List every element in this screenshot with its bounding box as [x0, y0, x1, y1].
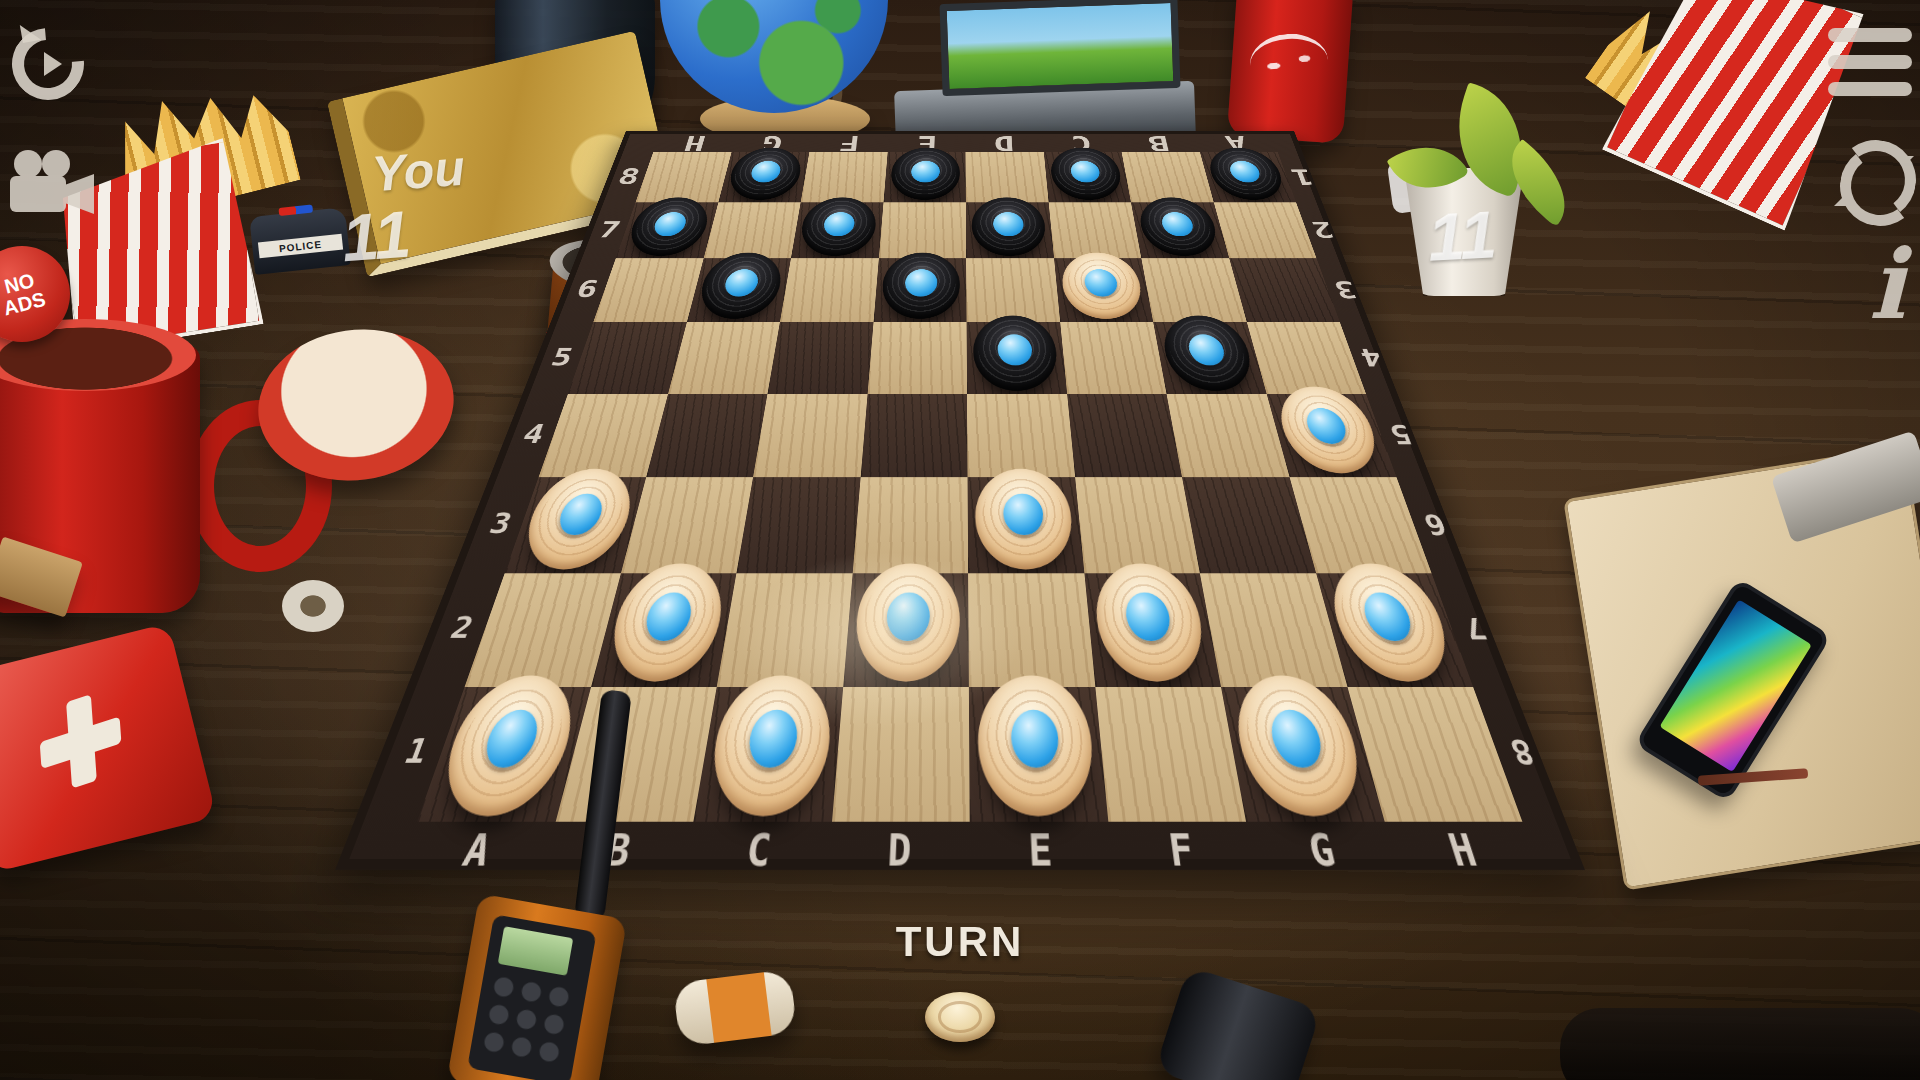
- square-a8[interactable]: [636, 152, 732, 202]
- file-labels-top: HGFEDCBA: [653, 134, 1278, 152]
- square-b7[interactable]: [703, 202, 800, 258]
- square-e1[interactable]: [969, 687, 1108, 822]
- board-frame: HGFEDCBA ABCDEFGH 87654321 12345678: [335, 131, 1585, 870]
- pill-bottle: [673, 969, 798, 1047]
- toy-police-car: POLICE: [249, 207, 351, 275]
- piece-center-dot: [997, 334, 1033, 365]
- walkie-talkie-screen: [498, 926, 574, 976]
- coord-label-H: H: [653, 134, 736, 152]
- piece-center-dot: [1302, 408, 1351, 444]
- black-piece-g5[interactable]: [1158, 315, 1258, 390]
- square-b6[interactable]: [687, 258, 791, 321]
- black-piece-a7[interactable]: [623, 197, 714, 255]
- square-f4[interactable]: [1067, 394, 1182, 477]
- piece-center-dot: [1123, 592, 1173, 641]
- square-c2[interactable]: [717, 573, 852, 686]
- square-f2[interactable]: [1084, 573, 1221, 686]
- walkie-talkie: [447, 893, 628, 1080]
- player-you-label: You: [370, 139, 466, 203]
- coord-label-G: G: [1246, 822, 1401, 881]
- piece-center-dot: [745, 709, 800, 767]
- coord-label-A: A: [396, 822, 555, 881]
- info-icon[interactable]: i: [1852, 240, 1920, 340]
- square-d5[interactable]: [867, 322, 967, 394]
- square-e3[interactable]: [968, 477, 1084, 573]
- square-c7[interactable]: [791, 202, 883, 258]
- black-piece-f8[interactable]: [1049, 148, 1125, 200]
- opponent-score: 11: [1426, 196, 1498, 275]
- square-e2[interactable]: [968, 573, 1095, 686]
- turn-indicator-piece: [925, 992, 995, 1042]
- walkie-talkie-face: [467, 914, 597, 1080]
- piece-center-dot: [554, 493, 607, 535]
- file-labels-bottom: ABCDEFGH: [396, 822, 1544, 881]
- square-c5[interactable]: [767, 322, 873, 394]
- piece-center-dot: [1359, 592, 1418, 641]
- square-f3[interactable]: [1075, 477, 1200, 573]
- black-piece-g7[interactable]: [1136, 197, 1222, 255]
- piece-center-dot: [886, 592, 931, 641]
- square-d2[interactable]: [843, 573, 969, 686]
- piece-center-dot: [1070, 161, 1102, 183]
- white-piece-d2[interactable]: [852, 564, 960, 682]
- black-piece-h8[interactable]: [1204, 148, 1289, 200]
- piece-center-dot: [722, 269, 760, 297]
- laptop: [895, 0, 1195, 150]
- dark-bottle: [1154, 966, 1321, 1080]
- square-e8[interactable]: [965, 152, 1048, 202]
- coord-label-E: E: [970, 822, 1114, 881]
- piece-center-dot: [642, 592, 696, 641]
- square-d8[interactable]: [883, 152, 966, 202]
- first-aid-kit: [0, 623, 217, 873]
- video-camera-icon[interactable]: [10, 150, 94, 222]
- police-lights: [278, 205, 313, 217]
- square-c6[interactable]: [780, 258, 879, 321]
- black-piece-d8[interactable]: [889, 148, 960, 200]
- square-e7[interactable]: [966, 202, 1054, 258]
- no-ads-label: NO ADS: [0, 268, 49, 320]
- square-f5[interactable]: [1060, 322, 1167, 394]
- square-g8[interactable]: [1122, 152, 1214, 202]
- refresh-icon[interactable]: [1836, 140, 1910, 216]
- cola-cup: [1227, 0, 1353, 144]
- hamburger-menu-icon[interactable]: [1828, 28, 1912, 98]
- player-you-score: 11: [339, 196, 413, 277]
- white-piece-f2[interactable]: [1091, 564, 1211, 682]
- square-e5[interactable]: [967, 322, 1067, 394]
- turn-label: TURN: [840, 918, 1080, 966]
- piece-center-dot: [651, 212, 689, 236]
- coord-label-H: H: [1384, 822, 1544, 881]
- piece-center-dot: [479, 709, 544, 767]
- square-c8[interactable]: [801, 152, 888, 202]
- coord-label-D: D: [827, 822, 970, 881]
- square-e4[interactable]: [967, 394, 1075, 477]
- coord-label-F: F: [1108, 822, 1257, 881]
- piece-center-dot: [1002, 493, 1044, 535]
- white-piece-e1[interactable]: [978, 675, 1098, 815]
- coord-label-D: D: [965, 134, 1043, 152]
- black-piece-b8[interactable]: [724, 148, 804, 200]
- game-scene: POLICE JUMPING BEANS HGFEDCBA ABCDEFGH 8…: [0, 0, 1920, 1080]
- walkie-talkie-keys: [479, 973, 577, 1072]
- piece-center-dot: [749, 161, 783, 183]
- first-aid-cross: [38, 686, 124, 798]
- square-c3[interactable]: [736, 477, 860, 573]
- white-piece-c1[interactable]: [704, 675, 835, 815]
- piece-center-dot: [992, 212, 1024, 236]
- square-b5[interactable]: [668, 322, 780, 394]
- square-b8[interactable]: [718, 152, 809, 202]
- piece-center-dot: [1010, 709, 1060, 767]
- police-car-text: POLICE: [278, 238, 322, 253]
- white-piece-b2[interactable]: [601, 564, 730, 682]
- square-f1[interactable]: [1095, 687, 1246, 822]
- square-b4[interactable]: [646, 394, 768, 477]
- checkers-board[interactable]: HGFEDCBA ABCDEFGH 87654321 12345678: [335, 131, 1585, 870]
- piece-center-dot: [822, 212, 856, 236]
- square-e6[interactable]: [966, 258, 1060, 321]
- square-d4[interactable]: [860, 394, 967, 477]
- coord-label-B: B: [540, 822, 694, 881]
- coord-label-B: B: [1118, 134, 1199, 152]
- square-d1[interactable]: [832, 687, 970, 822]
- square-d6[interactable]: [873, 258, 966, 321]
- white-piece-f6[interactable]: [1059, 253, 1146, 319]
- square-f8[interactable]: [1044, 152, 1131, 202]
- square-g7[interactable]: [1131, 202, 1229, 258]
- laptop-screen: [939, 0, 1180, 96]
- black-piece-d6[interactable]: [880, 253, 960, 319]
- desk-globe: [660, 0, 888, 113]
- restart-icon[interactable]: [12, 28, 84, 100]
- square-d3[interactable]: [852, 477, 968, 573]
- piece-center-dot: [1227, 161, 1263, 183]
- black-piece-c7[interactable]: [798, 197, 878, 255]
- piece-center-dot: [911, 161, 941, 183]
- square-f7[interactable]: [1048, 202, 1141, 258]
- black-piece-e5[interactable]: [973, 315, 1059, 390]
- dark-object-bottom-right: [1560, 1008, 1920, 1080]
- black-piece-e7[interactable]: [972, 197, 1048, 255]
- square-c1[interactable]: [693, 687, 842, 822]
- piece-center-dot: [1266, 709, 1327, 767]
- black-piece-b6[interactable]: [694, 253, 786, 319]
- coord-label-C: C: [683, 822, 831, 881]
- piece-center-dot: [1083, 269, 1119, 297]
- square-d7[interactable]: [879, 202, 967, 258]
- white-piece-e3[interactable]: [975, 469, 1076, 569]
- piece-center-dot: [904, 269, 937, 297]
- piece-center-dot: [1186, 334, 1228, 365]
- coord-label-F: F: [809, 134, 889, 152]
- tape-roll: [282, 580, 344, 632]
- square-c4[interactable]: [753, 394, 867, 477]
- piece-center-dot: [1159, 212, 1195, 236]
- square-f6[interactable]: [1054, 258, 1153, 321]
